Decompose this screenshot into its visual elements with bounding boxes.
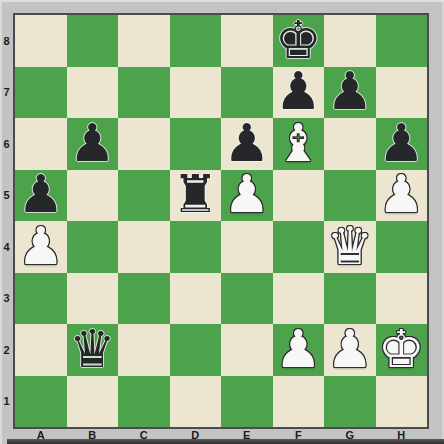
square-a3[interactable] xyxy=(15,273,67,325)
rank-label-2: 2 xyxy=(0,324,13,376)
square-b4[interactable] xyxy=(67,221,119,273)
rank-label-7: 7 xyxy=(0,67,13,119)
square-d2[interactable] xyxy=(170,324,222,376)
square-f1[interactable] xyxy=(273,376,325,428)
white-king[interactable]: ♚ xyxy=(378,323,425,375)
square-f7[interactable]: ♟ xyxy=(273,67,325,119)
square-d8[interactable] xyxy=(170,15,222,67)
square-f2[interactable]: ♟ xyxy=(273,324,325,376)
white-pawn[interactable]: ♟ xyxy=(17,220,64,272)
square-d5[interactable]: ♜ xyxy=(170,170,222,222)
square-e6[interactable]: ♟ xyxy=(221,118,273,170)
square-c8[interactable] xyxy=(118,15,170,67)
rank-labels: 87654321 xyxy=(0,15,13,427)
square-d6[interactable] xyxy=(170,118,222,170)
board-frame: 87654321 ♚♟♟♟♟♝♟♟♜♟♟♟♛♛♟♟♚ ABCDEFGH xyxy=(0,0,444,444)
square-a6[interactable] xyxy=(15,118,67,170)
square-g8[interactable] xyxy=(324,15,376,67)
square-e7[interactable] xyxy=(221,67,273,119)
square-b7[interactable] xyxy=(67,67,119,119)
square-f8[interactable]: ♚ xyxy=(273,15,325,67)
rank-label-5: 5 xyxy=(0,170,13,222)
frame-shadow-bottom xyxy=(7,439,444,444)
square-a5[interactable]: ♟ xyxy=(15,170,67,222)
black-pawn[interactable]: ♟ xyxy=(378,117,425,169)
square-e5[interactable]: ♟ xyxy=(221,170,273,222)
square-b3[interactable] xyxy=(67,273,119,325)
square-f6[interactable]: ♝ xyxy=(273,118,325,170)
square-c2[interactable] xyxy=(118,324,170,376)
white-pawn[interactable]: ♟ xyxy=(223,168,270,220)
rank-label-6: 6 xyxy=(0,118,13,170)
square-h7[interactable] xyxy=(376,67,428,119)
white-pawn[interactable]: ♟ xyxy=(326,323,373,375)
square-h4[interactable] xyxy=(376,221,428,273)
black-king[interactable]: ♚ xyxy=(275,14,322,66)
square-h5[interactable]: ♟ xyxy=(376,170,428,222)
black-rook[interactable]: ♜ xyxy=(172,168,219,220)
rank-label-3: 3 xyxy=(0,273,13,325)
chess-board: ♚♟♟♟♟♝♟♟♜♟♟♟♛♛♟♟♚ xyxy=(13,13,429,429)
square-d4[interactable] xyxy=(170,221,222,273)
square-b5[interactable] xyxy=(67,170,119,222)
square-h2[interactable]: ♚ xyxy=(376,324,428,376)
rank-label-1: 1 xyxy=(0,376,13,428)
black-pawn[interactable]: ♟ xyxy=(326,65,373,117)
square-e8[interactable] xyxy=(221,15,273,67)
square-c7[interactable] xyxy=(118,67,170,119)
square-c4[interactable] xyxy=(118,221,170,273)
square-g6[interactable] xyxy=(324,118,376,170)
square-h3[interactable] xyxy=(376,273,428,325)
board-grid: ♚♟♟♟♟♝♟♟♜♟♟♟♛♛♟♟♚ xyxy=(15,15,427,427)
square-g4[interactable]: ♛ xyxy=(324,221,376,273)
square-h6[interactable]: ♟ xyxy=(376,118,428,170)
square-d1[interactable] xyxy=(170,376,222,428)
square-d7[interactable] xyxy=(170,67,222,119)
square-e3[interactable] xyxy=(221,273,273,325)
square-e2[interactable] xyxy=(221,324,273,376)
square-c1[interactable] xyxy=(118,376,170,428)
square-b8[interactable] xyxy=(67,15,119,67)
square-h1[interactable] xyxy=(376,376,428,428)
black-pawn[interactable]: ♟ xyxy=(275,65,322,117)
square-f3[interactable] xyxy=(273,273,325,325)
white-pawn[interactable]: ♟ xyxy=(275,323,322,375)
square-h8[interactable] xyxy=(376,15,428,67)
square-d3[interactable] xyxy=(170,273,222,325)
square-g5[interactable] xyxy=(324,170,376,222)
square-a8[interactable] xyxy=(15,15,67,67)
square-a7[interactable] xyxy=(15,67,67,119)
square-b6[interactable]: ♟ xyxy=(67,118,119,170)
square-f4[interactable] xyxy=(273,221,325,273)
black-pawn[interactable]: ♟ xyxy=(17,168,64,220)
white-pawn[interactable]: ♟ xyxy=(378,168,425,220)
square-b1[interactable] xyxy=(67,376,119,428)
square-e1[interactable] xyxy=(221,376,273,428)
square-g2[interactable]: ♟ xyxy=(324,324,376,376)
square-c3[interactable] xyxy=(118,273,170,325)
square-f5[interactable] xyxy=(273,170,325,222)
rank-label-8: 8 xyxy=(0,15,13,67)
black-queen[interactable]: ♛ xyxy=(69,323,116,375)
square-c5[interactable] xyxy=(118,170,170,222)
white-bishop[interactable]: ♝ xyxy=(275,117,322,169)
square-g7[interactable]: ♟ xyxy=(324,67,376,119)
square-a1[interactable] xyxy=(15,376,67,428)
square-e4[interactable] xyxy=(221,221,273,273)
square-a4[interactable]: ♟ xyxy=(15,221,67,273)
square-c6[interactable] xyxy=(118,118,170,170)
square-g3[interactable] xyxy=(324,273,376,325)
square-g1[interactable] xyxy=(324,376,376,428)
rank-label-4: 4 xyxy=(0,221,13,273)
black-pawn[interactable]: ♟ xyxy=(69,117,116,169)
white-queen[interactable]: ♛ xyxy=(326,220,373,272)
square-b2[interactable]: ♛ xyxy=(67,324,119,376)
square-a2[interactable] xyxy=(15,324,67,376)
black-pawn[interactable]: ♟ xyxy=(223,117,270,169)
